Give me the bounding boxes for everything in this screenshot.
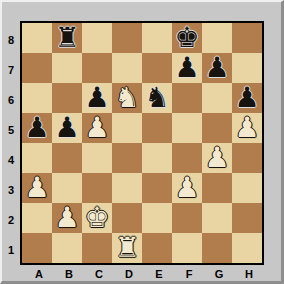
square-d3[interactable] <box>112 173 142 203</box>
square-d4[interactable] <box>112 143 142 173</box>
white-rook-d1[interactable]: ♜ <box>112 233 142 263</box>
square-b3[interactable] <box>52 173 82 203</box>
square-b8[interactable]: ♜ <box>52 23 82 53</box>
black-king-f8[interactable]: ♚ <box>172 23 202 53</box>
black-rook-b8[interactable]: ♜ <box>52 23 82 53</box>
chess-board[interactable]: ♜♚♟♟♟♞♞♟♟♟♟♟♟♟♟♟♚♜ <box>22 23 262 263</box>
square-g8[interactable] <box>202 23 232 53</box>
square-g5[interactable] <box>202 113 232 143</box>
black-pawn-f7[interactable]: ♟ <box>172 53 202 83</box>
square-g6[interactable] <box>202 83 232 113</box>
square-d6[interactable]: ♞ <box>112 83 142 113</box>
square-c2[interactable]: ♚ <box>82 203 112 233</box>
square-f1[interactable] <box>172 233 202 263</box>
square-e8[interactable] <box>142 23 172 53</box>
square-a3[interactable]: ♟ <box>22 173 52 203</box>
square-g2[interactable] <box>202 203 232 233</box>
square-e6[interactable]: ♞ <box>142 83 172 113</box>
square-c1[interactable] <box>82 233 112 263</box>
file-label-c: C <box>84 267 114 281</box>
square-b1[interactable] <box>52 233 82 263</box>
rank-label-3: 3 <box>2 175 20 205</box>
square-g7[interactable]: ♟ <box>202 53 232 83</box>
square-h7[interactable] <box>232 53 262 83</box>
square-h2[interactable] <box>232 203 262 233</box>
square-d8[interactable] <box>112 23 142 53</box>
black-pawn-h6[interactable]: ♟ <box>232 83 262 113</box>
square-e2[interactable] <box>142 203 172 233</box>
square-f8[interactable]: ♚ <box>172 23 202 53</box>
square-f2[interactable] <box>172 203 202 233</box>
square-f6[interactable] <box>172 83 202 113</box>
square-a8[interactable] <box>22 23 52 53</box>
file-label-g: G <box>204 267 234 281</box>
file-label-f: F <box>174 267 204 281</box>
file-label-a: A <box>24 267 54 281</box>
rank-label-5: 5 <box>2 115 20 145</box>
square-a1[interactable] <box>22 233 52 263</box>
square-b4[interactable] <box>52 143 82 173</box>
white-pawn-c5[interactable]: ♟ <box>82 113 112 143</box>
square-f5[interactable] <box>172 113 202 143</box>
square-c5[interactable]: ♟ <box>82 113 112 143</box>
white-pawn-f3[interactable]: ♟ <box>172 173 202 203</box>
square-a5[interactable]: ♟ <box>22 113 52 143</box>
black-knight-e6[interactable]: ♞ <box>142 83 172 113</box>
black-pawn-g7[interactable]: ♟ <box>202 53 232 83</box>
square-g3[interactable] <box>202 173 232 203</box>
file-label-d: D <box>114 267 144 281</box>
square-e1[interactable] <box>142 233 172 263</box>
rank-label-6: 6 <box>2 85 20 115</box>
square-a6[interactable] <box>22 83 52 113</box>
square-a2[interactable] <box>22 203 52 233</box>
square-c6[interactable]: ♟ <box>82 83 112 113</box>
square-g4[interactable]: ♟ <box>202 143 232 173</box>
square-e5[interactable] <box>142 113 172 143</box>
square-d7[interactable] <box>112 53 142 83</box>
square-f3[interactable]: ♟ <box>172 173 202 203</box>
rank-label-1: 1 <box>2 235 20 265</box>
white-pawn-a3[interactable]: ♟ <box>22 173 52 203</box>
rank-label-2: 2 <box>2 205 20 235</box>
square-c8[interactable] <box>82 23 112 53</box>
square-h3[interactable] <box>232 173 262 203</box>
black-pawn-a5[interactable]: ♟ <box>22 113 52 143</box>
square-b5[interactable]: ♟ <box>52 113 82 143</box>
file-label-b: B <box>54 267 84 281</box>
square-f7[interactable]: ♟ <box>172 53 202 83</box>
square-c7[interactable] <box>82 53 112 83</box>
file-label-e: E <box>144 267 174 281</box>
square-d2[interactable] <box>112 203 142 233</box>
square-h5[interactable]: ♟ <box>232 113 262 143</box>
board-frame: ♜♚♟♟♟♞♞♟♟♟♟♟♟♟♟♟♚♜ <box>20 21 264 265</box>
square-h1[interactable] <box>232 233 262 263</box>
square-h4[interactable] <box>232 143 262 173</box>
file-label-h: H <box>234 267 264 281</box>
rank-label-4: 4 <box>2 145 20 175</box>
black-pawn-c6[interactable]: ♟ <box>82 83 112 113</box>
square-d5[interactable] <box>112 113 142 143</box>
square-a4[interactable] <box>22 143 52 173</box>
rank-label-7: 7 <box>2 55 20 85</box>
square-b6[interactable] <box>52 83 82 113</box>
white-pawn-b2[interactable]: ♟ <box>52 203 82 233</box>
white-pawn-h5[interactable]: ♟ <box>232 113 262 143</box>
square-d1[interactable]: ♜ <box>112 233 142 263</box>
square-a7[interactable] <box>22 53 52 83</box>
white-pawn-g4[interactable]: ♟ <box>202 143 232 173</box>
white-king-c2[interactable]: ♚ <box>82 203 112 233</box>
square-b2[interactable]: ♟ <box>52 203 82 233</box>
square-e4[interactable] <box>142 143 172 173</box>
black-pawn-b5[interactable]: ♟ <box>52 113 82 143</box>
square-g1[interactable] <box>202 233 232 263</box>
square-e3[interactable] <box>142 173 172 203</box>
square-h8[interactable] <box>232 23 262 53</box>
square-c3[interactable] <box>82 173 112 203</box>
square-e7[interactable] <box>142 53 172 83</box>
white-knight-d6[interactable]: ♞ <box>112 83 142 113</box>
square-b7[interactable] <box>52 53 82 83</box>
square-c4[interactable] <box>82 143 112 173</box>
chess-app-board-panel: ♜♚♟♟♟♞♞♟♟♟♟♟♟♟♟♟♚♜ 87654321 ABCDEFGH <box>0 0 284 284</box>
rank-label-8: 8 <box>2 25 20 55</box>
square-h6[interactable]: ♟ <box>232 83 262 113</box>
square-f4[interactable] <box>172 143 202 173</box>
